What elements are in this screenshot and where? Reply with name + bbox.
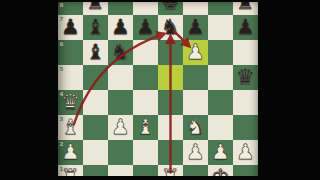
white-pawn-h2[interactable]: ♟ xyxy=(236,140,255,165)
square-d4[interactable] xyxy=(133,90,158,115)
square-f5[interactable] xyxy=(183,65,208,90)
square-g3[interactable] xyxy=(208,115,233,140)
square-e3[interactable] xyxy=(158,115,183,140)
square-e8[interactable]: ♚ xyxy=(158,0,183,15)
white-pawn-c3[interactable]: ♟ xyxy=(111,115,130,140)
square-d8[interactable] xyxy=(133,0,158,15)
square-h8[interactable]: ♜ xyxy=(233,0,258,15)
white-bishop-d3[interactable]: ♝ xyxy=(136,115,155,140)
square-b7[interactable]: ♝ xyxy=(83,15,108,40)
black-pawn-d7[interactable]: ♟ xyxy=(136,15,155,40)
square-g5[interactable] xyxy=(208,65,233,90)
square-c5[interactable] xyxy=(108,65,133,90)
black-bishop-b6[interactable]: ♝ xyxy=(86,40,105,65)
square-e7[interactable]: ♞ xyxy=(158,15,183,40)
square-a8[interactable]: 8 xyxy=(58,0,83,15)
square-a4[interactable]: 4♛ xyxy=(58,90,83,115)
square-c6[interactable]: ♞ xyxy=(108,40,133,65)
square-g2[interactable]: ♟ xyxy=(208,140,233,165)
white-pawn-a2[interactable]: ♟ xyxy=(61,140,80,165)
square-c4[interactable] xyxy=(108,90,133,115)
square-b4[interactable] xyxy=(83,90,108,115)
square-b3[interactable] xyxy=(83,115,108,140)
square-h4[interactable] xyxy=(233,90,258,115)
square-f3[interactable]: ♞ xyxy=(183,115,208,140)
white-pawn-g2[interactable]: ♟ xyxy=(211,140,230,165)
black-pawn-c7[interactable]: ♟ xyxy=(111,15,130,40)
black-knight-c6[interactable]: ♞ xyxy=(111,40,130,65)
square-d6[interactable] xyxy=(133,40,158,65)
square-a5[interactable]: 5 xyxy=(58,65,83,90)
rank-label-1: 1 xyxy=(60,166,64,172)
chess-board[interactable]: 8♜♚♜7♟♝♟♟♞♟♟6♝♞♟5♛4♛3♝♟♝♞2♟♟♟♟1♜♜♚ xyxy=(58,0,258,180)
letterbox-top xyxy=(0,0,320,2)
rank-label-4: 4 xyxy=(60,91,64,97)
square-f4[interactable] xyxy=(183,90,208,115)
square-e6[interactable] xyxy=(158,40,183,65)
black-queen-h5[interactable]: ♛ xyxy=(236,65,255,90)
square-c8[interactable] xyxy=(108,0,133,15)
rank-label-5: 5 xyxy=(60,66,64,72)
square-f6[interactable]: ♟ xyxy=(183,40,208,65)
rank-label-3: 3 xyxy=(60,116,64,122)
square-h7[interactable]: ♟ xyxy=(233,15,258,40)
black-pawn-f7[interactable]: ♟ xyxy=(186,15,205,40)
square-e2[interactable] xyxy=(158,140,183,165)
square-a3[interactable]: 3♝ xyxy=(58,115,83,140)
black-knight-e7[interactable]: ♞ xyxy=(161,15,180,40)
square-a6[interactable]: 6 xyxy=(58,40,83,65)
white-queen-a4[interactable]: ♛ xyxy=(61,90,80,115)
square-g6[interactable] xyxy=(208,40,233,65)
square-f2[interactable]: ♟ xyxy=(183,140,208,165)
rank-label-8: 8 xyxy=(60,2,64,8)
square-b5[interactable] xyxy=(83,65,108,90)
square-b6[interactable]: ♝ xyxy=(83,40,108,65)
square-a2[interactable]: 2♟ xyxy=(58,140,83,165)
square-g4[interactable] xyxy=(208,90,233,115)
square-b2[interactable] xyxy=(83,140,108,165)
letterbox-right xyxy=(258,0,320,180)
square-b8[interactable]: ♜ xyxy=(83,0,108,15)
square-e5[interactable] xyxy=(158,65,183,90)
square-d5[interactable] xyxy=(133,65,158,90)
square-c7[interactable]: ♟ xyxy=(108,15,133,40)
square-g7[interactable] xyxy=(208,15,233,40)
black-rook-h8[interactable]: ♜ xyxy=(236,0,255,15)
rank-label-2: 2 xyxy=(60,141,64,147)
square-e4[interactable] xyxy=(158,90,183,115)
square-g8[interactable] xyxy=(208,0,233,15)
black-king-e8[interactable]: ♚ xyxy=(161,0,180,15)
black-bishop-b7[interactable]: ♝ xyxy=(86,15,105,40)
black-rook-b8[interactable]: ♜ xyxy=(86,0,105,15)
rank-label-7: 7 xyxy=(60,16,64,22)
square-f8[interactable] xyxy=(183,0,208,15)
white-knight-f3[interactable]: ♞ xyxy=(186,115,205,140)
square-c2[interactable] xyxy=(108,140,133,165)
letterbox-left xyxy=(0,0,58,180)
square-d3[interactable]: ♝ xyxy=(133,115,158,140)
black-pawn-a7[interactable]: ♟ xyxy=(61,15,80,40)
letterbox-bottom xyxy=(0,176,320,180)
square-h2[interactable]: ♟ xyxy=(233,140,258,165)
white-pawn-f2[interactable]: ♟ xyxy=(186,140,205,165)
square-c3[interactable]: ♟ xyxy=(108,115,133,140)
square-a7[interactable]: 7♟ xyxy=(58,15,83,40)
square-h6[interactable] xyxy=(233,40,258,65)
square-d7[interactable]: ♟ xyxy=(133,15,158,40)
white-pawn-f6[interactable]: ♟ xyxy=(186,40,205,65)
square-h5[interactable]: ♛ xyxy=(233,65,258,90)
square-f7[interactable]: ♟ xyxy=(183,15,208,40)
rank-label-6: 6 xyxy=(60,41,64,47)
black-pawn-h7[interactable]: ♟ xyxy=(236,15,255,40)
video-frame: 8♜♚♜7♟♝♟♟♞♟♟6♝♞♟5♛4♛3♝♟♝♞2♟♟♟♟1♜♜♚ xyxy=(0,0,320,180)
white-bishop-a3[interactable]: ♝ xyxy=(61,115,80,140)
square-d2[interactable] xyxy=(133,140,158,165)
square-h3[interactable] xyxy=(233,115,258,140)
